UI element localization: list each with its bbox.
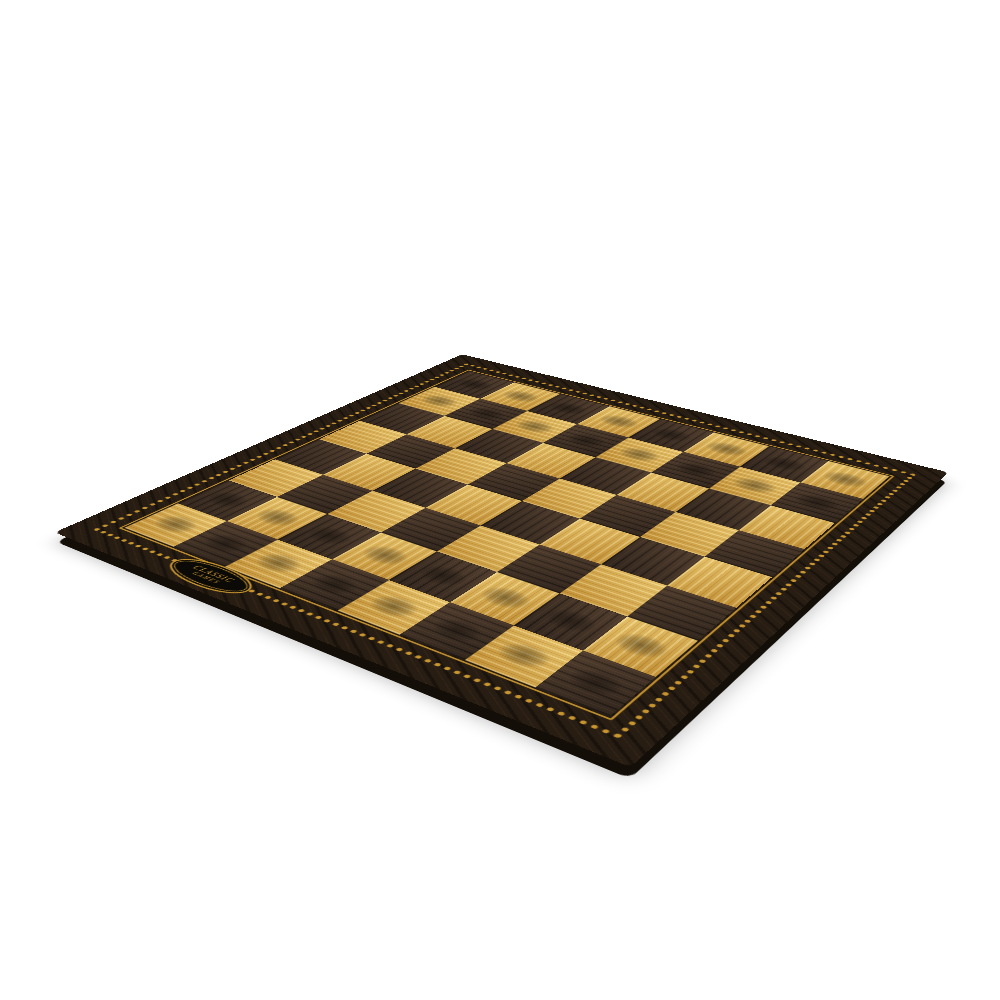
piece-black-pawn[interactable]: ♟: [511, 378, 559, 427]
chess-board: ♜♞♝♛♚♝♞♜♟♟♟♟♟♟♟♟♟♟♟♟♟♟♟♟♜♞♝♚♛♝♞♜ CLASSIC…: [55, 354, 949, 767]
photo-stage: ♜♞♝♛♚♝♞♜♟♟♟♟♟♟♟♟♟♟♟♟♟♟♟♟♜♞♝♚♛♝♞♜ CLASSIC…: [0, 0, 1000, 1000]
piece-black-pawn[interactable]: ♟: [463, 366, 510, 414]
piece-black-pawn[interactable]: ♟: [729, 431, 782, 485]
piece-black-pawn[interactable]: ♟: [615, 403, 665, 454]
piece-black-pawn[interactable]: ♟: [562, 390, 611, 440]
piece-black-pawn[interactable]: ♟: [790, 447, 844, 502]
square-g6[interactable]: [676, 488, 771, 529]
piece-black-pawn[interactable]: ♟: [417, 354, 463, 401]
piece-black-pawn[interactable]: ♟: [670, 417, 721, 470]
square-h6[interactable]: [739, 505, 835, 549]
board-grid: ♜♞♝♛♚♝♞♜♟♟♟♟♟♟♟♟♟♟♟♟♟♟♟♟♜♞♝♚♛♝♞♜: [125, 371, 890, 716]
piece-white-rook[interactable]: ♜: [555, 597, 637, 682]
square-h7[interactable]: ♟: [771, 482, 864, 523]
